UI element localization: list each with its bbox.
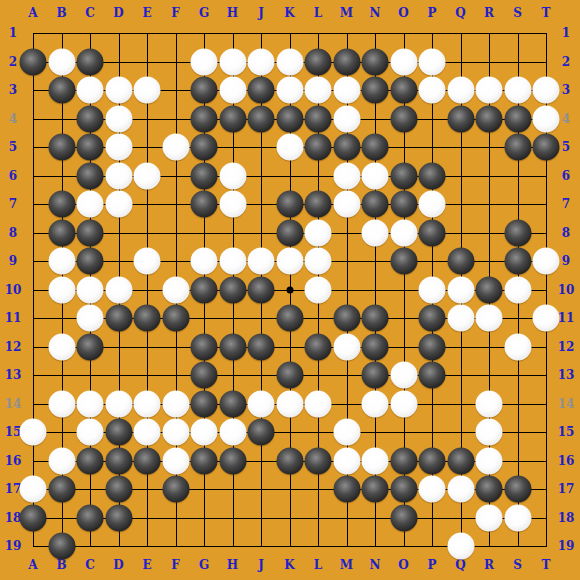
stone-white[interactable]: [276, 48, 303, 75]
stone-black[interactable]: [476, 105, 503, 132]
stone-white[interactable]: [162, 134, 189, 161]
stone-white[interactable]: [276, 134, 303, 161]
stone-black[interactable]: [419, 333, 446, 360]
stone-black[interactable]: [476, 276, 503, 303]
stone-black[interactable]: [248, 276, 275, 303]
column-label-top: L: [314, 7, 322, 19]
column-label-bottom: K: [284, 559, 294, 571]
row-label-left: 16: [5, 455, 22, 467]
stone-black[interactable]: [276, 305, 303, 332]
stone-black[interactable]: [191, 276, 218, 303]
stone-black[interactable]: [305, 105, 332, 132]
stone-white[interactable]: [333, 162, 360, 189]
stone-black[interactable]: [362, 333, 389, 360]
row-label-left: 10: [5, 284, 22, 296]
column-label-bottom: M: [340, 559, 353, 571]
stone-white[interactable]: [134, 419, 161, 446]
stone-white[interactable]: [447, 476, 474, 503]
stone-black[interactable]: [362, 48, 389, 75]
stone-white[interactable]: [333, 191, 360, 218]
column-label-top: H: [227, 7, 238, 19]
star-point: [286, 286, 293, 293]
stone-black[interactable]: [191, 162, 218, 189]
stone-black[interactable]: [362, 362, 389, 389]
stone-black[interactable]: [77, 447, 104, 474]
column-label-bottom: R: [484, 559, 494, 571]
column-label-top: K: [284, 7, 294, 19]
row-label-right: 13: [558, 369, 575, 381]
stone-white[interactable]: [248, 48, 275, 75]
stone-black[interactable]: [447, 447, 474, 474]
stone-black[interactable]: [191, 191, 218, 218]
stone-black[interactable]: [48, 476, 75, 503]
stone-white[interactable]: [390, 48, 417, 75]
stone-white[interactable]: [476, 390, 503, 417]
column-label-top: E: [142, 7, 151, 19]
stone-black[interactable]: [504, 248, 531, 275]
column-label-top: M: [340, 7, 353, 19]
column-label-bottom: G: [199, 559, 209, 571]
stone-black[interactable]: [77, 504, 104, 531]
stone-black[interactable]: [248, 333, 275, 360]
stone-black[interactable]: [77, 162, 104, 189]
stone-black[interactable]: [333, 48, 360, 75]
stone-black[interactable]: [276, 219, 303, 246]
stone-white[interactable]: [162, 447, 189, 474]
row-label-left: 7: [9, 198, 17, 210]
column-label-top: G: [199, 7, 209, 19]
stone-black[interactable]: [105, 504, 132, 531]
stone-white[interactable]: [248, 390, 275, 417]
row-label-right: 2: [562, 56, 570, 68]
stone-white[interactable]: [447, 533, 474, 560]
stone-white[interactable]: [447, 77, 474, 104]
stone-black[interactable]: [134, 305, 161, 332]
stone-white[interactable]: [419, 476, 446, 503]
row-label-right: 10: [558, 284, 575, 296]
stone-white[interactable]: [219, 48, 246, 75]
stone-black[interactable]: [305, 333, 332, 360]
stone-black[interactable]: [276, 447, 303, 474]
row-label-left: 3: [9, 84, 17, 96]
stone-black[interactable]: [504, 219, 531, 246]
stone-white[interactable]: [134, 77, 161, 104]
stone-white[interactable]: [476, 419, 503, 446]
stone-black[interactable]: [447, 248, 474, 275]
column-label-bottom: B: [56, 559, 66, 571]
stone-black[interactable]: [305, 48, 332, 75]
stone-white[interactable]: [305, 219, 332, 246]
stone-black[interactable]: [48, 191, 75, 218]
row-label-left: 5: [9, 141, 17, 153]
stone-white[interactable]: [476, 305, 503, 332]
stone-black[interactable]: [219, 333, 246, 360]
column-label-bottom: C: [85, 559, 95, 571]
row-label-right: 15: [558, 426, 575, 438]
stone-white[interactable]: [419, 191, 446, 218]
stone-white[interactable]: [362, 447, 389, 474]
stone-white[interactable]: [504, 333, 531, 360]
stone-white[interactable]: [533, 248, 560, 275]
stone-white[interactable]: [305, 390, 332, 417]
row-label-left: 2: [9, 56, 17, 68]
row-label-right: 5: [562, 141, 570, 153]
stone-white[interactable]: [20, 419, 47, 446]
column-label-bottom: F: [171, 559, 180, 571]
row-label-left: 1: [9, 27, 17, 39]
stone-white[interactable]: [447, 276, 474, 303]
stone-white[interactable]: [476, 447, 503, 474]
stone-black[interactable]: [191, 362, 218, 389]
stone-black[interactable]: [362, 134, 389, 161]
stone-black[interactable]: [362, 77, 389, 104]
stone-white[interactable]: [105, 162, 132, 189]
column-label-top: C: [85, 7, 95, 19]
stone-black[interactable]: [305, 191, 332, 218]
row-label-right: 19: [558, 540, 575, 552]
stone-white[interactable]: [20, 476, 47, 503]
stone-black[interactable]: [362, 476, 389, 503]
row-label-right: 7: [562, 198, 570, 210]
row-label-right: 12: [558, 341, 575, 353]
stone-white[interactable]: [504, 504, 531, 531]
stone-white[interactable]: [476, 504, 503, 531]
stone-white[interactable]: [219, 191, 246, 218]
stone-black[interactable]: [77, 248, 104, 275]
stone-black[interactable]: [105, 447, 132, 474]
stone-white[interactable]: [390, 362, 417, 389]
stone-black[interactable]: [77, 134, 104, 161]
column-label-top: D: [113, 7, 123, 19]
stone-black[interactable]: [533, 134, 560, 161]
stone-white[interactable]: [362, 390, 389, 417]
stone-white[interactable]: [162, 276, 189, 303]
stone-black[interactable]: [390, 77, 417, 104]
stone-black[interactable]: [20, 48, 47, 75]
stone-white[interactable]: [390, 390, 417, 417]
column-label-top: F: [171, 7, 180, 19]
go-board-app: AABBCCDDEEFFGGHHJJKKLLMMNNOOPPQQRRSSTT11…: [0, 0, 580, 580]
column-label-bottom: N: [370, 559, 381, 571]
stone-white[interactable]: [333, 333, 360, 360]
stone-black[interactable]: [419, 219, 446, 246]
row-label-right: 9: [562, 255, 570, 267]
row-label-right: 4: [562, 113, 570, 125]
column-label-bottom: O: [398, 559, 408, 571]
stone-black[interactable]: [419, 447, 446, 474]
stone-black[interactable]: [504, 105, 531, 132]
stone-black[interactable]: [390, 105, 417, 132]
column-label-bottom: P: [427, 559, 436, 571]
column-label-top: N: [370, 7, 381, 19]
row-label-left: 11: [5, 312, 22, 324]
column-label-bottom: S: [513, 559, 522, 571]
stone-black[interactable]: [419, 305, 446, 332]
stone-white[interactable]: [77, 419, 104, 446]
stone-white[interactable]: [219, 77, 246, 104]
column-label-bottom: H: [227, 559, 238, 571]
stone-white[interactable]: [333, 447, 360, 474]
row-label-right: 6: [562, 170, 570, 182]
stone-white[interactable]: [191, 419, 218, 446]
column-label-bottom: J: [258, 559, 264, 571]
stone-white[interactable]: [48, 276, 75, 303]
stone-black[interactable]: [333, 476, 360, 503]
column-label-top: T: [542, 7, 551, 19]
row-label-left: 9: [9, 255, 17, 267]
stone-white[interactable]: [48, 48, 75, 75]
stone-white[interactable]: [419, 276, 446, 303]
stone-black[interactable]: [105, 476, 132, 503]
column-label-top: P: [427, 7, 436, 19]
stone-black[interactable]: [276, 191, 303, 218]
stone-black[interactable]: [276, 105, 303, 132]
stone-white[interactable]: [504, 276, 531, 303]
stone-white[interactable]: [362, 219, 389, 246]
column-label-bottom: Q: [455, 559, 465, 571]
stone-black[interactable]: [219, 276, 246, 303]
stone-black[interactable]: [134, 447, 161, 474]
row-label-right: 16: [558, 455, 575, 467]
stone-black[interactable]: [504, 134, 531, 161]
stone-white[interactable]: [48, 333, 75, 360]
stone-white[interactable]: [248, 248, 275, 275]
stone-black[interactable]: [77, 105, 104, 132]
stone-white[interactable]: [219, 162, 246, 189]
stone-black[interactable]: [276, 362, 303, 389]
stone-white[interactable]: [162, 419, 189, 446]
stone-black[interactable]: [305, 447, 332, 474]
stone-black[interactable]: [333, 305, 360, 332]
stone-black[interactable]: [191, 105, 218, 132]
stone-black[interactable]: [248, 77, 275, 104]
column-label-top: S: [513, 7, 522, 19]
stone-white[interactable]: [533, 105, 560, 132]
stone-black[interactable]: [476, 476, 503, 503]
row-label-right: 18: [558, 512, 575, 524]
stone-white[interactable]: [105, 276, 132, 303]
stone-white[interactable]: [333, 419, 360, 446]
row-label-right: 11: [558, 312, 575, 324]
stone-white[interactable]: [105, 390, 132, 417]
stone-white[interactable]: [134, 390, 161, 417]
stone-black[interactable]: [77, 333, 104, 360]
stone-white[interactable]: [77, 390, 104, 417]
row-label-right: 14: [558, 398, 575, 410]
row-label-right: 8: [562, 227, 570, 239]
column-label-top: B: [56, 7, 66, 19]
row-label-right: 1: [562, 27, 570, 39]
stone-white[interactable]: [305, 276, 332, 303]
stone-black[interactable]: [504, 476, 531, 503]
row-label-right: 3: [562, 84, 570, 96]
stone-white[interactable]: [447, 305, 474, 332]
stone-black[interactable]: [77, 48, 104, 75]
stone-black[interactable]: [390, 504, 417, 531]
stone-white[interactable]: [533, 77, 560, 104]
stone-white[interactable]: [305, 248, 332, 275]
stone-white[interactable]: [476, 77, 503, 104]
stone-white[interactable]: [419, 48, 446, 75]
stone-black[interactable]: [305, 134, 332, 161]
stone-white[interactable]: [419, 77, 446, 104]
row-label-left: 14: [5, 398, 22, 410]
stone-black[interactable]: [390, 191, 417, 218]
stone-white[interactable]: [48, 447, 75, 474]
stone-white[interactable]: [162, 390, 189, 417]
row-label-left: 4: [9, 113, 17, 125]
stone-white[interactable]: [77, 191, 104, 218]
stone-white[interactable]: [333, 105, 360, 132]
column-label-bottom: T: [542, 559, 551, 571]
stone-white[interactable]: [362, 162, 389, 189]
column-label-bottom: D: [113, 559, 123, 571]
stone-black[interactable]: [162, 476, 189, 503]
stone-black[interactable]: [248, 105, 275, 132]
column-label-top: O: [398, 7, 408, 19]
stone-black[interactable]: [48, 533, 75, 560]
stone-black[interactable]: [333, 134, 360, 161]
stone-black[interactable]: [191, 390, 218, 417]
stone-black[interactable]: [77, 219, 104, 246]
stone-black[interactable]: [390, 447, 417, 474]
stone-black[interactable]: [48, 77, 75, 104]
stone-white[interactable]: [191, 48, 218, 75]
stone-white[interactable]: [276, 390, 303, 417]
stone-white[interactable]: [105, 134, 132, 161]
stone-black[interactable]: [362, 191, 389, 218]
stone-black[interactable]: [419, 162, 446, 189]
stone-white[interactable]: [390, 219, 417, 246]
stone-white[interactable]: [305, 77, 332, 104]
column-label-bottom: E: [142, 559, 151, 571]
stone-white[interactable]: [77, 276, 104, 303]
row-label-left: 13: [5, 369, 22, 381]
stone-black[interactable]: [219, 390, 246, 417]
stone-white[interactable]: [105, 105, 132, 132]
stone-black[interactable]: [191, 333, 218, 360]
stone-white[interactable]: [333, 77, 360, 104]
row-label-left: 6: [9, 170, 17, 182]
stone-white[interactable]: [533, 305, 560, 332]
stone-white[interactable]: [276, 248, 303, 275]
stone-black[interactable]: [162, 305, 189, 332]
stone-white[interactable]: [191, 248, 218, 275]
stone-white[interactable]: [77, 77, 104, 104]
stone-white[interactable]: [219, 419, 246, 446]
stone-white[interactable]: [134, 248, 161, 275]
column-label-top: Q: [455, 7, 465, 19]
column-label-top: A: [28, 7, 37, 19]
stone-white[interactable]: [48, 390, 75, 417]
stone-black[interactable]: [390, 248, 417, 275]
stone-black[interactable]: [390, 476, 417, 503]
column-label-top: R: [484, 7, 494, 19]
stone-black[interactable]: [419, 362, 446, 389]
row-label-right: 17: [558, 483, 575, 495]
stone-black[interactable]: [219, 105, 246, 132]
stone-black[interactable]: [105, 305, 132, 332]
stone-white[interactable]: [504, 77, 531, 104]
stone-white[interactable]: [77, 305, 104, 332]
column-label-bottom: L: [314, 559, 322, 571]
stone-black[interactable]: [191, 447, 218, 474]
grid-line-horizontal: [33, 347, 547, 348]
stone-black[interactable]: [20, 504, 47, 531]
stone-white[interactable]: [219, 248, 246, 275]
stone-black[interactable]: [447, 105, 474, 132]
stone-black[interactable]: [219, 447, 246, 474]
stone-white[interactable]: [134, 162, 161, 189]
stone-black[interactable]: [390, 162, 417, 189]
stone-white[interactable]: [105, 191, 132, 218]
stone-black[interactable]: [48, 134, 75, 161]
stone-black[interactable]: [48, 219, 75, 246]
stone-white[interactable]: [105, 77, 132, 104]
stone-black[interactable]: [191, 134, 218, 161]
stone-black[interactable]: [248, 419, 275, 446]
row-label-left: 12: [5, 341, 22, 353]
stone-white[interactable]: [48, 248, 75, 275]
column-label-bottom: A: [28, 559, 37, 571]
row-label-left: 8: [9, 227, 17, 239]
row-label-left: 19: [5, 540, 22, 552]
stone-black[interactable]: [105, 419, 132, 446]
stone-black[interactable]: [191, 77, 218, 104]
stone-white[interactable]: [276, 77, 303, 104]
stone-black[interactable]: [362, 305, 389, 332]
column-label-top: J: [258, 7, 264, 19]
